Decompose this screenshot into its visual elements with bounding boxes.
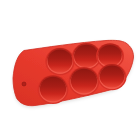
cup-back-middle: [74, 45, 99, 68]
hang-hole: [22, 82, 26, 86]
cup-back-right: [98, 45, 122, 66]
cup-back-left: [48, 50, 73, 73]
cup-front-middle: [71, 69, 97, 93]
cup-front-right: [100, 66, 125, 88]
muffin-pan-illustration: [0, 0, 140, 140]
cup-front-left: [40, 77, 66, 101]
muffin-pan-product-photo: [0, 0, 140, 140]
